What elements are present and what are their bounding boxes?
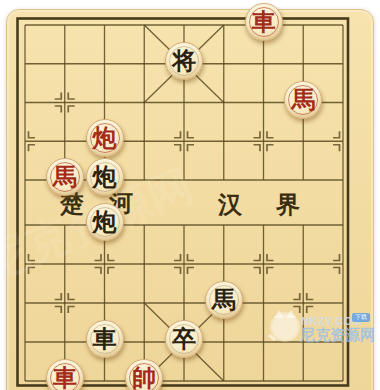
piece-glyph: 炮 [93,210,117,234]
river-label-han: 汉 [216,191,244,219]
piece-black-general[interactable]: 将 [165,42,203,80]
piece-glyph: 炮 [93,165,117,189]
piece-glyph: 車 [53,366,77,390]
piece-glyph: 馬 [212,288,236,312]
piece-red-horse[interactable]: 馬 [46,158,84,196]
piece-black-chariot[interactable]: 車 [86,320,124,358]
piece-black-cannon[interactable]: 炮 [86,203,124,241]
piece-glyph: 炮 [93,126,117,150]
piece-red-horse[interactable]: 馬 [284,81,322,119]
piece-red-chariot[interactable]: 車 [245,3,283,41]
piece-glyph: 帥 [132,366,156,390]
piece-black-cannon[interactable]: 炮 [86,158,124,196]
xiangqi-app: 尼克资源网 楚 河 汉 界 車将馬炮馬炮炮馬車卒車帥 NKZY.COM 下载 尼… [0,0,380,390]
piece-glyph: 馬 [53,165,77,189]
piece-glyph: 車 [252,10,276,34]
piece-red-chariot[interactable]: 車 [46,359,84,390]
piece-black-horse[interactable]: 馬 [205,281,243,319]
piece-glyph: 卒 [172,327,196,351]
piece-glyph: 将 [172,49,196,73]
piece-black-soldier[interactable]: 卒 [165,320,203,358]
piece-red-cannon[interactable]: 炮 [86,119,124,157]
piece-glyph: 車 [93,327,117,351]
river-label-jie: 界 [274,191,302,219]
piece-glyph: 馬 [291,88,315,112]
